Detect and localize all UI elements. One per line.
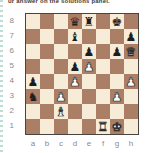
square-f4 (96, 74, 110, 89)
square-g2 (110, 104, 124, 119)
black-queen: ♛ (70, 15, 81, 27)
black-pawn: ♟ (84, 45, 95, 57)
page-title: ur answer on the solutions panel. (8, 0, 110, 4)
black-pawn: ♟ (70, 60, 81, 72)
square-f6 (96, 44, 110, 59)
white-queen: ♛ (126, 45, 137, 57)
square-e5: ♟ (82, 59, 96, 74)
rank-label-7: 7 (0, 28, 20, 43)
rank-label-4: 4 (0, 73, 20, 88)
square-g3: ♟ (110, 89, 124, 104)
white-rook: ♜ (98, 120, 109, 132)
rank-label-2: 2 (0, 103, 20, 118)
square-b3 (40, 89, 54, 104)
square-c8 (54, 14, 68, 29)
square-c4 (54, 74, 68, 89)
square-a6 (26, 44, 40, 59)
black-pawn: ♟ (28, 75, 39, 87)
square-a8 (26, 14, 40, 29)
square-f8 (96, 14, 110, 29)
file-label-h: h (124, 138, 138, 150)
white-pawn: ♟ (70, 75, 81, 87)
square-e6: ♟ (82, 44, 96, 59)
black-knight: ♞ (28, 90, 39, 102)
white-pawn: ♟ (84, 60, 95, 72)
white-pawn: ♟ (56, 90, 67, 102)
square-a2 (26, 104, 40, 119)
square-h6: ♛ (124, 44, 138, 59)
square-a7 (26, 29, 40, 44)
square-h8 (124, 14, 138, 29)
square-c6 (54, 44, 68, 59)
square-c1 (54, 119, 68, 134)
square-g4 (110, 74, 124, 89)
square-d7: ♝ (68, 29, 82, 44)
square-f2 (96, 104, 110, 119)
square-c7 (54, 29, 68, 44)
file-label-a: a (26, 138, 40, 150)
file-label-g: g (110, 138, 124, 150)
file-label-f: f (96, 138, 110, 150)
square-a4: ♟ (26, 74, 40, 89)
square-g1: ♚ (110, 119, 124, 134)
square-e8: ♜ (82, 14, 96, 29)
square-d1 (68, 119, 82, 134)
file-label-d: d (68, 138, 82, 150)
square-h5 (124, 59, 138, 74)
black-bishop: ♝ (70, 30, 81, 42)
square-f3 (96, 89, 110, 104)
rank-label-6: 6 (0, 43, 20, 58)
square-e4 (82, 74, 96, 89)
square-b4 (40, 74, 54, 89)
black-pawn: ♟ (126, 30, 137, 42)
white-pawn: ♟ (112, 90, 123, 102)
square-c5 (54, 59, 68, 74)
square-b8 (40, 14, 54, 29)
square-a5 (26, 59, 40, 74)
white-pawn: ♟ (126, 75, 137, 87)
square-b1 (40, 119, 54, 134)
square-g8: ♚ (110, 14, 124, 29)
rank-label-8: 8 (0, 13, 20, 28)
square-h1 (124, 119, 138, 134)
square-b7 (40, 29, 54, 44)
square-g6: ♟ (110, 44, 124, 59)
square-d5: ♟ (68, 59, 82, 74)
square-e2 (82, 104, 96, 119)
square-d6 (68, 44, 82, 59)
square-h4: ♟ (124, 74, 138, 89)
square-e1 (82, 119, 96, 134)
square-f1: ♜ (96, 119, 110, 134)
square-c3: ♟ (54, 89, 68, 104)
square-h2 (124, 104, 138, 119)
black-pawn: ♟ (112, 45, 123, 57)
square-g5 (110, 59, 124, 74)
square-f7 (96, 29, 110, 44)
file-label-e: e (82, 138, 96, 150)
file-labels: abcdefgh (26, 138, 138, 150)
square-d3 (68, 89, 82, 104)
square-h3 (124, 89, 138, 104)
rank-labels: 87654321 (0, 13, 20, 133)
black-rook: ♜ (84, 15, 95, 27)
square-e3 (82, 89, 96, 104)
white-king: ♚ (112, 120, 123, 132)
square-b5 (40, 59, 54, 74)
square-h7: ♟ (124, 29, 138, 44)
rank-label-3: 3 (0, 88, 20, 103)
file-label-c: c (54, 138, 68, 150)
square-c2: ♝ (54, 104, 68, 119)
file-label-b: b (40, 138, 54, 150)
rank-label-5: 5 (0, 58, 20, 73)
square-d2 (68, 104, 82, 119)
square-d4: ♟ (68, 74, 82, 89)
square-b2 (40, 104, 54, 119)
square-a3: ♞ (26, 89, 40, 104)
chess-board: ♛♜♚♝♟♟♟♛♟♟♟♟♟♞♟♟♝♜♚ (25, 13, 139, 135)
white-bishop: ♝ (56, 105, 67, 117)
square-b6 (40, 44, 54, 59)
rank-label-1: 1 (0, 118, 20, 133)
square-d8: ♛ (68, 14, 82, 29)
square-f5 (96, 59, 110, 74)
square-a1 (26, 119, 40, 134)
square-g7 (110, 29, 124, 44)
square-e7 (82, 29, 96, 44)
black-king: ♚ (112, 15, 123, 27)
